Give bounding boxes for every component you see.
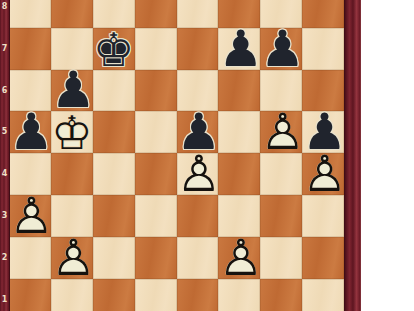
- square-e8[interactable]: [177, 0, 219, 28]
- square-e4[interactable]: ♟♙: [177, 153, 219, 195]
- square-b8[interactable]: [51, 0, 93, 28]
- white-pawn-outline-icon: ♙: [177, 149, 219, 199]
- square-e2[interactable]: [177, 237, 219, 279]
- square-d2[interactable]: [135, 237, 177, 279]
- square-d4[interactable]: [135, 153, 177, 195]
- square-c3[interactable]: [93, 195, 135, 237]
- square-a5[interactable]: ♟♟: [9, 111, 51, 153]
- rank-label-2: 2: [0, 253, 9, 263]
- black-king-piece[interactable]: ♚♚: [93, 28, 135, 70]
- square-a3[interactable]: ♟♙: [9, 195, 51, 237]
- square-h4[interactable]: ♟♙: [302, 153, 344, 195]
- rank-label-3: 3: [0, 211, 9, 221]
- black-pawn-piece[interactable]: ♟♟: [260, 28, 302, 70]
- square-e1[interactable]: [177, 279, 219, 311]
- black-king-icon: ♚: [93, 27, 135, 73]
- square-c7[interactable]: ♚♚: [93, 28, 135, 70]
- rank-label-4: 4: [0, 169, 9, 179]
- square-c4[interactable]: [93, 153, 135, 195]
- white-pawn-piece[interactable]: ♟♙: [218, 237, 260, 279]
- black-pawn-icon: ♟: [218, 24, 260, 74]
- square-f4[interactable]: [218, 153, 260, 195]
- square-h8[interactable]: [302, 0, 344, 28]
- white-pawn-piece[interactable]: ♟♙: [9, 195, 51, 237]
- square-f6[interactable]: [218, 70, 260, 112]
- square-g3[interactable]: [260, 195, 302, 237]
- black-pawn-icon: ♟: [9, 107, 51, 157]
- square-b4[interactable]: [51, 153, 93, 195]
- square-b2[interactable]: ♟♙: [51, 237, 93, 279]
- square-g7[interactable]: ♟♟: [260, 28, 302, 70]
- white-pawn-outline-icon: ♙: [218, 233, 260, 283]
- white-king-outline-icon: ♔: [51, 110, 93, 156]
- square-f7[interactable]: ♟♟: [218, 28, 260, 70]
- square-f2[interactable]: ♟♙: [218, 237, 260, 279]
- square-d6[interactable]: [135, 70, 177, 112]
- rank-label-1: 1: [0, 295, 9, 305]
- white-king-piece[interactable]: ♚♔: [51, 111, 93, 153]
- square-a1[interactable]: [9, 279, 51, 311]
- board-border-right: [344, 0, 361, 311]
- square-b5[interactable]: ♚♔: [51, 111, 93, 153]
- rank-label-5: 5: [0, 127, 9, 137]
- square-d1[interactable]: [135, 279, 177, 311]
- square-b1[interactable]: [51, 279, 93, 311]
- square-h2[interactable]: [302, 237, 344, 279]
- square-h7[interactable]: [302, 28, 344, 70]
- square-g5[interactable]: ♟♙: [260, 111, 302, 153]
- rank-label-6: 6: [0, 86, 9, 96]
- square-c2[interactable]: [93, 237, 135, 279]
- square-g1[interactable]: [260, 279, 302, 311]
- square-d8[interactable]: [135, 0, 177, 28]
- square-d5[interactable]: [135, 111, 177, 153]
- white-pawn-piece[interactable]: ♟♙: [260, 111, 302, 153]
- black-pawn-piece[interactable]: ♟♟: [218, 28, 260, 70]
- black-pawn-piece[interactable]: ♟♟: [51, 70, 93, 112]
- white-pawn-outline-icon: ♙: [9, 191, 51, 241]
- square-b6[interactable]: ♟♟: [51, 70, 93, 112]
- square-g2[interactable]: [260, 237, 302, 279]
- square-h1[interactable]: [302, 279, 344, 311]
- square-d7[interactable]: [135, 28, 177, 70]
- black-pawn-piece[interactable]: ♟♟: [9, 111, 51, 153]
- square-e3[interactable]: [177, 195, 219, 237]
- black-pawn-icon: ♟: [260, 24, 302, 74]
- square-d3[interactable]: [135, 195, 177, 237]
- square-a2[interactable]: [9, 237, 51, 279]
- white-pawn-piece[interactable]: ♟♙: [302, 153, 344, 195]
- rank-label-7: 7: [0, 44, 9, 54]
- square-c5[interactable]: [93, 111, 135, 153]
- square-h3[interactable]: [302, 195, 344, 237]
- board-grid: ♚♚♟♟♟♟♟♟♟♟♚♔♟♟♟♙♟♟♟♙♟♙♟♙♟♙♟♙: [9, 0, 344, 311]
- rank-label-8: 8: [0, 2, 9, 12]
- white-pawn-outline-icon: ♙: [51, 233, 93, 283]
- square-f1[interactable]: [218, 279, 260, 311]
- square-g4[interactable]: [260, 153, 302, 195]
- square-c1[interactable]: [93, 279, 135, 311]
- white-pawn-piece[interactable]: ♟♙: [51, 237, 93, 279]
- square-a8[interactable]: [9, 0, 51, 28]
- square-c6[interactable]: [93, 70, 135, 112]
- white-pawn-piece[interactable]: ♟♙: [177, 153, 219, 195]
- square-a7[interactable]: [9, 28, 51, 70]
- white-pawn-outline-icon: ♙: [260, 107, 302, 157]
- chess-board: ♚♚♟♟♟♟♟♟♟♟♚♔♟♟♟♙♟♟♟♙♟♙♟♙♟♙♟♙ 87654321: [0, 0, 414, 311]
- square-e7[interactable]: [177, 28, 219, 70]
- white-pawn-outline-icon: ♙: [302, 149, 344, 199]
- square-f5[interactable]: [218, 111, 260, 153]
